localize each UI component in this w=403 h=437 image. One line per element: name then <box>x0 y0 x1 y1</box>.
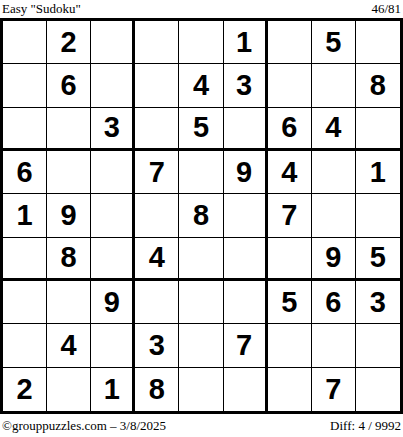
cell-r3c3[interactable]: 3 <box>91 108 135 151</box>
cell-r2c3[interactable] <box>91 64 135 107</box>
cell-r5c9[interactable] <box>356 194 400 237</box>
cell-r8c9[interactable] <box>356 324 400 367</box>
cell-r6c6[interactable] <box>224 238 268 281</box>
cell-r9c6[interactable] <box>224 368 268 411</box>
cell-r8c1[interactable] <box>3 324 47 367</box>
cell-r4c9[interactable]: 1 <box>356 151 400 194</box>
cell-r7c3[interactable]: 9 <box>91 281 135 324</box>
cell-r3c9[interactable] <box>356 108 400 151</box>
cell-r9c4[interactable]: 8 <box>135 368 179 411</box>
cell-r9c7[interactable] <box>268 368 312 411</box>
cell-r4c3[interactable] <box>91 151 135 194</box>
cell-r1c1[interactable] <box>3 21 47 64</box>
cell-r7c8[interactable]: 6 <box>312 281 356 324</box>
cell-r2c8[interactable] <box>312 64 356 107</box>
cell-r7c6[interactable] <box>224 281 268 324</box>
cell-r1c6[interactable]: 1 <box>224 21 268 64</box>
cell-r5c1[interactable]: 1 <box>3 194 47 237</box>
cell-r4c2[interactable] <box>47 151 91 194</box>
cell-r9c2[interactable] <box>47 368 91 411</box>
cell-r7c7[interactable]: 5 <box>268 281 312 324</box>
cell-r1c5[interactable] <box>179 21 223 64</box>
cell-r6c5[interactable] <box>179 238 223 281</box>
cell-r5c3[interactable] <box>91 194 135 237</box>
cell-r7c1[interactable] <box>3 281 47 324</box>
cell-r9c1[interactable]: 2 <box>3 368 47 411</box>
cell-r4c5[interactable] <box>179 151 223 194</box>
progress-counter: 46/81 <box>371 1 401 16</box>
cell-r7c4[interactable] <box>135 281 179 324</box>
cell-r5c8[interactable] <box>312 194 356 237</box>
cell-r2c6[interactable]: 3 <box>224 64 268 107</box>
cell-r6c7[interactable] <box>268 238 312 281</box>
cell-r5c4[interactable] <box>135 194 179 237</box>
cell-r7c5[interactable] <box>179 281 223 324</box>
cell-r4c6[interactable]: 9 <box>224 151 268 194</box>
cell-r4c7[interactable]: 4 <box>268 151 312 194</box>
cell-r3c8[interactable]: 4 <box>312 108 356 151</box>
cell-r3c6[interactable] <box>224 108 268 151</box>
cell-r6c2[interactable]: 8 <box>47 238 91 281</box>
cell-r4c4[interactable]: 7 <box>135 151 179 194</box>
cell-r3c4[interactable] <box>135 108 179 151</box>
cell-r9c5[interactable] <box>179 368 223 411</box>
sudoku-board: 21564383564679411987849595634372187 <box>0 18 403 414</box>
footer: ©grouppuzzles.com – 3/8/2025 Diff: 4 / 9… <box>0 414 403 437</box>
cell-r5c2[interactable]: 9 <box>47 194 91 237</box>
cell-r4c8[interactable] <box>312 151 356 194</box>
cell-r1c4[interactable] <box>135 21 179 64</box>
cell-r2c1[interactable] <box>3 64 47 107</box>
cell-r8c3[interactable] <box>91 324 135 367</box>
cell-r6c1[interactable] <box>3 238 47 281</box>
cell-r6c3[interactable] <box>91 238 135 281</box>
cell-r3c1[interactable] <box>3 108 47 151</box>
cell-r2c9[interactable]: 8 <box>356 64 400 107</box>
cell-r1c2[interactable]: 2 <box>47 21 91 64</box>
cell-r2c5[interactable]: 4 <box>179 64 223 107</box>
cell-r8c8[interactable] <box>312 324 356 367</box>
cell-r3c2[interactable] <box>47 108 91 151</box>
cell-r1c9[interactable] <box>356 21 400 64</box>
cell-r8c7[interactable] <box>268 324 312 367</box>
puzzle-title: Easy "Sudoku" <box>2 1 81 16</box>
cell-r2c7[interactable] <box>268 64 312 107</box>
cell-r1c8[interactable]: 5 <box>312 21 356 64</box>
cell-r1c3[interactable] <box>91 21 135 64</box>
cell-r8c2[interactable]: 4 <box>47 324 91 367</box>
cell-r2c4[interactable] <box>135 64 179 107</box>
cell-r2c2[interactable]: 6 <box>47 64 91 107</box>
cell-r5c6[interactable] <box>224 194 268 237</box>
cell-r3c7[interactable]: 6 <box>268 108 312 151</box>
cell-r3c5[interactable]: 5 <box>179 108 223 151</box>
header: Easy "Sudoku" 46/81 <box>0 0 403 18</box>
cell-r6c4[interactable]: 4 <box>135 238 179 281</box>
cell-r7c2[interactable] <box>47 281 91 324</box>
cell-r4c1[interactable]: 6 <box>3 151 47 194</box>
cell-r8c5[interactable] <box>179 324 223 367</box>
cell-r1c7[interactable] <box>268 21 312 64</box>
cell-r9c8[interactable]: 7 <box>312 368 356 411</box>
copyright-date: ©grouppuzzles.com – 3/8/2025 <box>2 418 166 434</box>
cell-r8c6[interactable]: 7 <box>224 324 268 367</box>
cell-r5c5[interactable]: 8 <box>179 194 223 237</box>
sudoku-page: Easy "Sudoku" 46/81 21564383564679411987… <box>0 0 403 437</box>
cell-r7c9[interactable]: 3 <box>356 281 400 324</box>
cell-r9c3[interactable]: 1 <box>91 368 135 411</box>
difficulty-rating: Diff: 4 / 9992 <box>330 418 401 434</box>
cell-r6c8[interactable]: 9 <box>312 238 356 281</box>
cell-r5c7[interactable]: 7 <box>268 194 312 237</box>
cell-r9c9[interactable] <box>356 368 400 411</box>
cell-r6c9[interactable]: 5 <box>356 238 400 281</box>
cell-r8c4[interactable]: 3 <box>135 324 179 367</box>
